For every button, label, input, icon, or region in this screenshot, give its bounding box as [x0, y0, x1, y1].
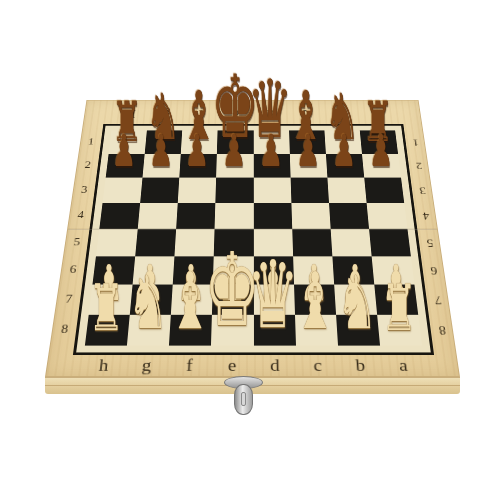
file-label-bottom-e: e: [228, 356, 237, 375]
metal-clasp-slot: [241, 392, 246, 406]
square-a1[interactable]: [360, 130, 398, 153]
square-d2[interactable]: [253, 154, 290, 178]
rank-label-right-1: 1: [412, 137, 419, 147]
square-h1[interactable]: [109, 130, 147, 153]
square-h4[interactable]: [99, 203, 140, 229]
square-h2[interactable]: [106, 154, 145, 178]
file-label-bottom-g: g: [141, 356, 152, 375]
square-d4[interactable]: [253, 203, 292, 229]
rank-label-right-6: 6: [430, 264, 438, 276]
square-a3[interactable]: [364, 178, 404, 203]
square-f3[interactable]: [178, 178, 216, 203]
square-f2[interactable]: [180, 154, 218, 178]
square-e1[interactable]: [217, 130, 253, 153]
square-b7[interactable]: [334, 285, 377, 315]
square-b5[interactable]: [330, 229, 371, 256]
square-g4[interactable]: [138, 203, 178, 229]
square-a7[interactable]: [374, 285, 418, 315]
square-h5[interactable]: [96, 229, 138, 256]
file-label-bottom-b: b: [355, 356, 366, 375]
square-g1[interactable]: [145, 130, 183, 153]
square-c4[interactable]: [291, 203, 330, 229]
square-b2[interactable]: [326, 154, 364, 178]
rank-label-left-4: 4: [77, 210, 85, 221]
rank-label-right-4: 4: [422, 210, 430, 221]
square-b6[interactable]: [332, 256, 374, 285]
rank-label-left-3: 3: [80, 185, 88, 196]
square-f7[interactable]: [171, 285, 213, 315]
square-b1[interactable]: [324, 130, 362, 153]
file-label-bottom-f: f: [186, 356, 193, 375]
file-label-bottom-h: h: [98, 356, 110, 375]
rank-label-right-5: 5: [426, 236, 434, 248]
square-e7[interactable]: [212, 285, 253, 315]
product-photo-chess-set: hgfedcbahgfedcba1234567812345678 ♜♞♝♛♚♝♞…: [0, 0, 500, 500]
rank-label-left-6: 6: [69, 264, 77, 276]
square-e6[interactable]: [213, 256, 253, 285]
square-g5[interactable]: [135, 229, 176, 256]
square-d5[interactable]: [253, 229, 292, 256]
square-g2[interactable]: [143, 154, 181, 178]
file-label-top-c: c: [302, 107, 309, 120]
file-label-top-g: g: [162, 107, 171, 120]
rank-label-left-8: 8: [60, 323, 69, 336]
square-a5[interactable]: [369, 229, 411, 256]
square-b3[interactable]: [327, 178, 366, 203]
square-d3[interactable]: [253, 178, 291, 203]
file-label-top-f: f: [198, 107, 204, 120]
square-d6[interactable]: [253, 256, 293, 285]
square-c2[interactable]: [290, 154, 328, 178]
square-h8[interactable]: [85, 314, 130, 345]
square-f1[interactable]: [181, 130, 218, 153]
square-c7[interactable]: [294, 285, 336, 315]
square-f4[interactable]: [176, 203, 215, 229]
playing-field: [73, 124, 434, 355]
square-h7[interactable]: [89, 285, 133, 315]
square-g7[interactable]: [130, 285, 173, 315]
square-a4[interactable]: [366, 203, 407, 229]
square-d8[interactable]: [253, 314, 295, 345]
square-c1[interactable]: [289, 130, 326, 153]
square-f8[interactable]: [169, 314, 212, 345]
square-g6[interactable]: [133, 256, 175, 285]
square-c5[interactable]: [292, 229, 332, 256]
square-b4[interactable]: [329, 203, 369, 229]
file-label-top-d: d: [267, 107, 275, 120]
square-f6[interactable]: [173, 256, 214, 285]
square-a6[interactable]: [371, 256, 414, 285]
square-f5[interactable]: [175, 229, 215, 256]
board-grid: [85, 130, 422, 345]
square-h3[interactable]: [103, 178, 143, 203]
square-b8[interactable]: [336, 314, 380, 345]
file-label-top-a: a: [371, 107, 379, 120]
file-label-top-e: e: [232, 107, 239, 120]
rank-label-left-2: 2: [84, 160, 91, 170]
rank-label-right-8: 8: [438, 323, 447, 336]
square-h6[interactable]: [92, 256, 135, 285]
square-g3[interactable]: [140, 178, 179, 203]
square-c8[interactable]: [295, 314, 338, 345]
square-g8[interactable]: [127, 314, 171, 345]
file-label-bottom-d: d: [270, 356, 280, 375]
square-c3[interactable]: [290, 178, 328, 203]
rank-label-right-3: 3: [419, 185, 427, 196]
square-e3[interactable]: [216, 178, 254, 203]
square-e5[interactable]: [214, 229, 253, 256]
square-d1[interactable]: [253, 130, 289, 153]
square-e4[interactable]: [215, 203, 254, 229]
chess-board: hgfedcbahgfedcba1234567812345678: [45, 100, 460, 377]
rank-label-right-7: 7: [434, 293, 442, 306]
file-label-bottom-a: a: [398, 356, 408, 375]
rank-label-left-7: 7: [65, 293, 73, 306]
file-label-top-b: b: [336, 107, 345, 120]
square-a8[interactable]: [377, 314, 422, 345]
rank-label-left-1: 1: [87, 137, 94, 147]
square-a2[interactable]: [362, 154, 401, 178]
file-label-top-h: h: [126, 107, 135, 120]
rank-label-left-5: 5: [73, 236, 81, 248]
square-d7[interactable]: [253, 285, 294, 315]
file-label-bottom-c: c: [313, 356, 322, 375]
square-e2[interactable]: [216, 154, 253, 178]
fold-seam: [68, 229, 437, 230]
square-c6[interactable]: [293, 256, 334, 285]
rank-label-right-2: 2: [415, 160, 422, 170]
square-e8[interactable]: [211, 314, 253, 345]
